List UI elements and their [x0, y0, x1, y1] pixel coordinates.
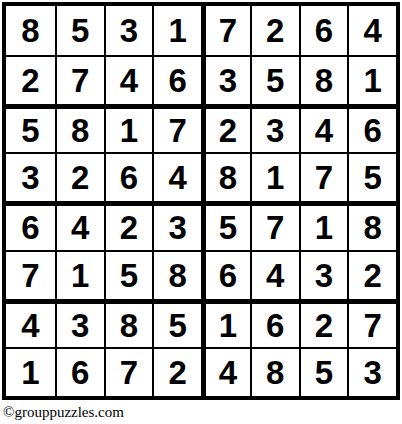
cell-r2c5: 3: [201, 55, 250, 104]
cell-r8c5: 4: [201, 347, 250, 396]
cell-r5c6: 7: [250, 201, 299, 250]
cell-r1c4: 1: [152, 6, 201, 55]
cell-r4c1: 3: [6, 152, 55, 201]
cell-r4c4: 4: [152, 152, 201, 201]
cell-r1c8: 4: [347, 6, 396, 55]
cell-r8c1: 1: [6, 347, 55, 396]
cell-r8c4: 2: [152, 347, 201, 396]
cell-r6c6: 4: [250, 250, 299, 299]
cell-r4c8: 5: [347, 152, 396, 201]
cell-r4c3: 6: [104, 152, 153, 201]
cell-r1c1: 8: [6, 6, 55, 55]
cell-r2c8: 1: [347, 55, 396, 104]
cell-r1c3: 3: [104, 6, 153, 55]
copyright-text: ©grouppuzzles.com: [3, 404, 124, 421]
cell-r7c1: 4: [6, 299, 55, 348]
cell-r5c4: 3: [152, 201, 201, 250]
cell-r3c8: 6: [347, 104, 396, 153]
cell-r5c2: 4: [55, 201, 104, 250]
sudoku-board: 8531726427463581581723463264817564235718…: [2, 2, 400, 400]
cell-r3c5: 2: [201, 104, 250, 153]
cell-r3c2: 8: [55, 104, 104, 153]
cell-r4c6: 1: [250, 152, 299, 201]
cell-r1c5: 7: [201, 6, 250, 55]
cell-r7c8: 7: [347, 299, 396, 348]
cell-r1c2: 5: [55, 6, 104, 55]
cell-r2c6: 5: [250, 55, 299, 104]
cell-r7c3: 8: [104, 299, 153, 348]
cell-r7c6: 6: [250, 299, 299, 348]
cell-r3c6: 3: [250, 104, 299, 153]
cell-r5c7: 1: [299, 201, 348, 250]
cell-r8c6: 8: [250, 347, 299, 396]
cell-r2c1: 2: [6, 55, 55, 104]
cell-r7c4: 5: [152, 299, 201, 348]
cell-r2c4: 6: [152, 55, 201, 104]
cell-r7c2: 3: [55, 299, 104, 348]
cell-r8c3: 7: [104, 347, 153, 396]
cell-r7c5: 1: [201, 299, 250, 348]
cell-r8c2: 6: [55, 347, 104, 396]
cell-r3c7: 4: [299, 104, 348, 153]
cell-r4c5: 8: [201, 152, 250, 201]
cell-r6c7: 3: [299, 250, 348, 299]
cell-r5c1: 6: [6, 201, 55, 250]
cell-r6c3: 5: [104, 250, 153, 299]
cell-r8c7: 5: [299, 347, 348, 396]
cell-r7c7: 2: [299, 299, 348, 348]
cell-r3c3: 1: [104, 104, 153, 153]
cell-r4c2: 2: [55, 152, 104, 201]
cell-r6c4: 8: [152, 250, 201, 299]
cell-r2c2: 7: [55, 55, 104, 104]
cell-r6c8: 2: [347, 250, 396, 299]
cell-r4c7: 7: [299, 152, 348, 201]
cell-r2c7: 8: [299, 55, 348, 104]
cell-r6c2: 1: [55, 250, 104, 299]
cell-r2c3: 4: [104, 55, 153, 104]
cell-r6c1: 7: [6, 250, 55, 299]
cell-r6c5: 6: [201, 250, 250, 299]
cell-r1c7: 6: [299, 6, 348, 55]
cell-r5c8: 8: [347, 201, 396, 250]
cell-r3c4: 7: [152, 104, 201, 153]
cell-r3c1: 5: [6, 104, 55, 153]
cell-r5c3: 2: [104, 201, 153, 250]
cell-r5c5: 5: [201, 201, 250, 250]
cell-r1c6: 2: [250, 6, 299, 55]
cell-r8c8: 3: [347, 347, 396, 396]
